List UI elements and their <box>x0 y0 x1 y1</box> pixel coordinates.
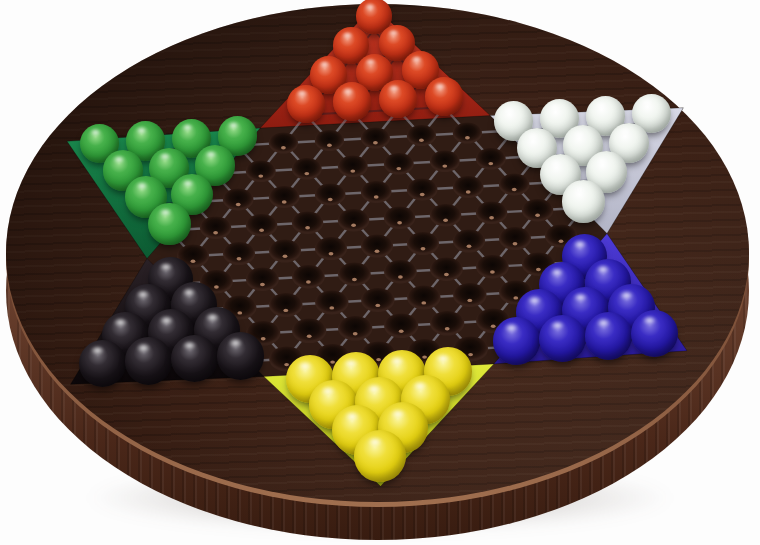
marble-black[interactable] <box>79 340 127 388</box>
marble-black[interactable] <box>125 337 173 385</box>
marble-blue[interactable] <box>585 312 633 360</box>
marble-green[interactable] <box>148 203 191 246</box>
marble-red[interactable] <box>425 77 464 116</box>
marble-red[interactable] <box>287 85 326 124</box>
marble-white[interactable] <box>562 180 605 223</box>
marble-yellow[interactable] <box>354 430 406 482</box>
marble-blue[interactable] <box>631 310 679 358</box>
marble-black[interactable] <box>217 332 265 380</box>
marble-red[interactable] <box>379 80 418 119</box>
marble-layer <box>0 0 760 545</box>
marble-blue[interactable] <box>539 315 587 363</box>
marble-red[interactable] <box>333 82 372 121</box>
marble-black[interactable] <box>171 335 219 383</box>
chinese-checkers-scene <box>0 0 760 545</box>
marble-blue[interactable] <box>493 317 541 365</box>
